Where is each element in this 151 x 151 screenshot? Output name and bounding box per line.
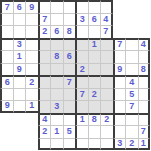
cell-r4c11[interactable] — [138, 50, 151, 63]
cell-r11c8[interactable] — [100, 138, 113, 151]
cell-r3c4[interactable] — [50, 38, 63, 51]
cell-r8c9[interactable] — [113, 100, 126, 113]
cell-r11c3[interactable] — [38, 138, 51, 151]
outside-area — [138, 25, 151, 38]
given-digit: 1 — [141, 139, 146, 148]
cell-r0c5[interactable] — [63, 0, 76, 13]
cell-r5c10[interactable] — [125, 63, 138, 76]
outside-area — [25, 138, 38, 151]
given-digit: 1 — [92, 40, 97, 49]
given-digit: 6 — [67, 52, 72, 61]
cell-r11c6[interactable] — [75, 138, 88, 151]
cell-r3c7[interactable]: 1 — [88, 38, 101, 51]
cell-r6c1[interactable] — [13, 75, 26, 88]
cell-r6c3[interactable] — [38, 75, 51, 88]
cell-r10c11[interactable]: 7 — [138, 125, 151, 138]
cell-r8c6[interactable] — [75, 100, 88, 113]
cell-r9c10[interactable] — [125, 113, 138, 126]
cell-r2c5[interactable]: 8 — [63, 25, 76, 38]
outside-area — [113, 25, 126, 38]
given-digit: 2 — [129, 139, 134, 148]
cell-r3c6[interactable] — [75, 38, 88, 51]
cell-r11c9[interactable]: 3 — [113, 138, 126, 151]
cell-r7c8[interactable] — [100, 88, 113, 101]
cell-r10c5[interactable]: 5 — [63, 125, 76, 138]
outside-area — [138, 13, 151, 26]
cell-r0c3[interactable] — [38, 0, 51, 13]
cell-r2c1[interactable] — [13, 25, 26, 38]
cell-r1c3[interactable]: 7 — [38, 13, 51, 26]
given-digit: 4 — [42, 115, 47, 124]
cell-r5c6[interactable]: 2 — [75, 63, 88, 76]
cell-r0c7[interactable] — [88, 0, 101, 13]
cell-r4c0[interactable] — [0, 50, 13, 63]
cell-r11c11[interactable]: 1 — [138, 138, 151, 151]
cell-r8c4[interactable]: 3 — [50, 100, 63, 113]
cell-r7c2[interactable] — [25, 88, 38, 101]
cell-r4c9[interactable] — [113, 50, 126, 63]
given-digit: 3 — [17, 40, 22, 49]
cell-r6c0[interactable]: 6 — [0, 75, 13, 88]
given-digit: 4 — [103, 15, 108, 24]
cell-r8c8[interactable] — [100, 100, 113, 113]
cell-r10c3[interactable]: 2 — [38, 125, 51, 138]
cell-r0c4[interactable] — [50, 0, 63, 13]
cell-r7c1[interactable] — [13, 88, 26, 101]
cell-r2c7[interactable] — [88, 25, 101, 38]
outside-area — [0, 125, 13, 138]
cell-r9c9[interactable] — [113, 113, 126, 126]
given-digit: 7 — [80, 90, 85, 99]
cell-r3c5[interactable] — [63, 38, 76, 51]
outside-area — [138, 0, 151, 13]
cell-r9c4[interactable] — [50, 113, 63, 126]
cell-r2c0[interactable] — [0, 25, 13, 38]
cell-r3c2[interactable] — [25, 38, 38, 51]
cell-r11c7[interactable] — [88, 138, 101, 151]
outside-area — [13, 113, 26, 126]
cell-r3c11[interactable]: 4 — [138, 38, 151, 51]
outside-area — [13, 138, 26, 151]
given-digit: 7 — [141, 127, 146, 136]
cell-r1c8[interactable]: 4 — [100, 13, 113, 26]
cell-r10c4[interactable]: 1 — [50, 125, 63, 138]
given-digit: 6 — [17, 3, 22, 12]
cell-r1c7[interactable]: 6 — [88, 13, 101, 26]
cell-r0c1[interactable]: 6 — [13, 0, 26, 13]
outside-area — [113, 0, 126, 13]
cell-r6c2[interactable]: 2 — [25, 75, 38, 88]
cell-r4c7[interactable] — [88, 50, 101, 63]
cell-r11c5[interactable] — [63, 138, 76, 151]
cell-r8c5[interactable] — [63, 100, 76, 113]
cell-r1c4[interactable] — [50, 13, 63, 26]
given-digit: 2 — [80, 65, 85, 74]
cell-r3c0[interactable] — [0, 38, 13, 51]
cell-r1c2[interactable] — [25, 13, 38, 26]
given-digit: 2 — [42, 27, 47, 36]
cell-r5c2[interactable] — [25, 63, 38, 76]
cell-r5c4[interactable] — [50, 63, 63, 76]
outside-area — [113, 13, 126, 26]
given-digit: 6 — [54, 27, 59, 36]
given-digit: 9 — [117, 65, 122, 74]
given-digit: 6 — [92, 15, 97, 24]
cell-r5c7[interactable] — [88, 63, 101, 76]
cell-r10c9[interactable] — [113, 125, 126, 138]
outside-area — [125, 0, 138, 13]
cell-r7c3[interactable] — [38, 88, 51, 101]
cell-r7c0[interactable] — [0, 88, 13, 101]
given-digit: 2 — [29, 78, 34, 87]
given-digit: 7 — [117, 40, 122, 49]
cell-r6c5[interactable]: 7 — [63, 75, 76, 88]
given-digit: 9 — [29, 3, 34, 12]
given-digit: 1 — [29, 101, 34, 110]
cell-r8c11[interactable] — [138, 100, 151, 113]
given-digit: 8 — [54, 52, 59, 61]
cell-r9c8[interactable]: 2 — [100, 113, 113, 126]
cell-r6c7[interactable] — [88, 75, 101, 88]
cell-r0c8[interactable] — [100, 0, 113, 13]
cell-r0c0[interactable]: 7 — [0, 0, 13, 13]
cell-r5c11[interactable]: 8 — [138, 63, 151, 76]
cell-r6c10[interactable]: 4 — [125, 75, 138, 88]
cell-r4c3[interactable] — [38, 50, 51, 63]
given-digit: 6 — [5, 78, 10, 87]
given-digit: 7 — [67, 78, 72, 87]
cell-r6c11[interactable] — [138, 75, 151, 88]
cell-r9c3[interactable]: 4 — [38, 113, 51, 126]
cell-r5c1[interactable]: 9 — [13, 63, 26, 76]
cell-r10c7[interactable] — [88, 125, 101, 138]
cell-r2c2[interactable] — [25, 25, 38, 38]
cell-r5c5[interactable] — [63, 63, 76, 76]
cell-r9c6[interactable]: 1 — [75, 113, 88, 126]
cell-r7c7[interactable]: 2 — [88, 88, 101, 101]
cell-r4c6[interactable] — [75, 50, 88, 63]
cell-r9c5[interactable] — [63, 113, 76, 126]
outside-area — [0, 138, 13, 151]
given-digit: 4 — [141, 40, 146, 49]
cell-r5c3[interactable] — [38, 63, 51, 76]
outside-area — [0, 113, 13, 126]
outside-area — [13, 125, 26, 138]
cell-r3c9[interactable]: 7 — [113, 38, 126, 51]
cell-r2c8[interactable]: 7 — [100, 25, 113, 38]
given-digit: 1 — [54, 127, 59, 136]
cell-r2c6[interactable] — [75, 25, 88, 38]
cell-r5c9[interactable]: 9 — [113, 63, 126, 76]
cell-r0c2[interactable]: 9 — [25, 0, 38, 13]
cell-r8c1[interactable] — [13, 100, 26, 113]
given-digit: 3 — [54, 102, 59, 111]
cell-r6c6[interactable] — [75, 75, 88, 88]
outside-area — [125, 13, 138, 26]
given-digit: 2 — [92, 90, 97, 99]
cell-r4c10[interactable] — [125, 50, 138, 63]
cell-r3c1[interactable]: 3 — [13, 38, 26, 51]
cell-r4c1[interactable]: 1 — [13, 50, 26, 63]
cell-r6c9[interactable] — [113, 75, 126, 88]
cell-r4c8[interactable] — [100, 50, 113, 63]
outside-area — [125, 25, 138, 38]
cell-r5c0[interactable] — [0, 63, 13, 76]
cell-r8c7[interactable] — [88, 100, 101, 113]
given-digit: 3 — [117, 139, 122, 148]
given-digit: 8 — [92, 115, 97, 124]
cell-r8c0[interactable]: 9 — [0, 100, 13, 113]
cell-r7c10[interactable]: 5 — [125, 88, 138, 101]
cell-r7c4[interactable] — [50, 88, 63, 101]
outside-area — [25, 113, 38, 126]
given-digit: 9 — [5, 101, 10, 110]
given-digit: 8 — [141, 65, 146, 74]
cell-r1c1[interactable] — [13, 13, 26, 26]
cell-r8c3[interactable] — [38, 100, 51, 113]
cell-r7c11[interactable] — [138, 88, 151, 101]
given-digit: 1 — [17, 52, 22, 61]
cell-r3c3[interactable] — [38, 38, 51, 51]
cell-r10c10[interactable] — [125, 125, 138, 138]
cell-r1c0[interactable] — [0, 13, 13, 26]
cell-r4c4[interactable]: 8 — [50, 50, 63, 63]
cell-r9c7[interactable]: 8 — [88, 113, 101, 126]
given-digit: 1 — [80, 115, 85, 124]
cell-r5c8[interactable] — [100, 63, 113, 76]
cell-r8c10[interactable]: 7 — [125, 100, 138, 113]
cell-r11c10[interactable]: 2 — [125, 138, 138, 151]
given-digit: 3 — [80, 15, 85, 24]
cell-r7c5[interactable] — [63, 88, 76, 101]
cell-r6c8[interactable] — [100, 75, 113, 88]
outside-area — [25, 125, 38, 138]
cell-r11c4[interactable] — [50, 138, 63, 151]
cell-r7c9[interactable] — [113, 88, 126, 101]
given-digit: 4 — [129, 78, 134, 87]
given-digit: 9 — [17, 65, 22, 74]
given-digit: 7 — [129, 102, 134, 111]
given-digit: 8 — [67, 27, 72, 36]
cell-r4c2[interactable] — [25, 50, 38, 63]
given-digit: 2 — [42, 127, 47, 136]
given-digit: 7 — [5, 3, 10, 12]
cell-r0c6[interactable] — [75, 0, 88, 13]
cell-r2c4[interactable]: 6 — [50, 25, 63, 38]
given-digit: 7 — [103, 27, 108, 36]
cell-r8c2[interactable]: 1 — [25, 100, 38, 113]
cell-r9c11[interactable] — [138, 113, 151, 126]
cell-r6c4[interactable] — [50, 75, 63, 88]
given-digit: 5 — [67, 127, 72, 136]
given-digit: 7 — [42, 15, 47, 24]
twodoku-board: 7697364268731741869298627472591374182215… — [0, 0, 150, 150]
cell-r10c8[interactable] — [100, 125, 113, 138]
cell-r3c8[interactable] — [100, 38, 113, 51]
given-digit: 5 — [129, 90, 134, 99]
cell-r1c6[interactable]: 3 — [75, 13, 88, 26]
given-digit: 2 — [104, 115, 109, 124]
cell-r2c3[interactable]: 2 — [38, 25, 51, 38]
cell-r10c6[interactable] — [75, 125, 88, 138]
cell-r1c5[interactable] — [63, 13, 76, 26]
cell-r3c10[interactable] — [125, 38, 138, 51]
cell-r4c5[interactable]: 6 — [63, 50, 76, 63]
cell-r7c6[interactable]: 7 — [75, 88, 88, 101]
